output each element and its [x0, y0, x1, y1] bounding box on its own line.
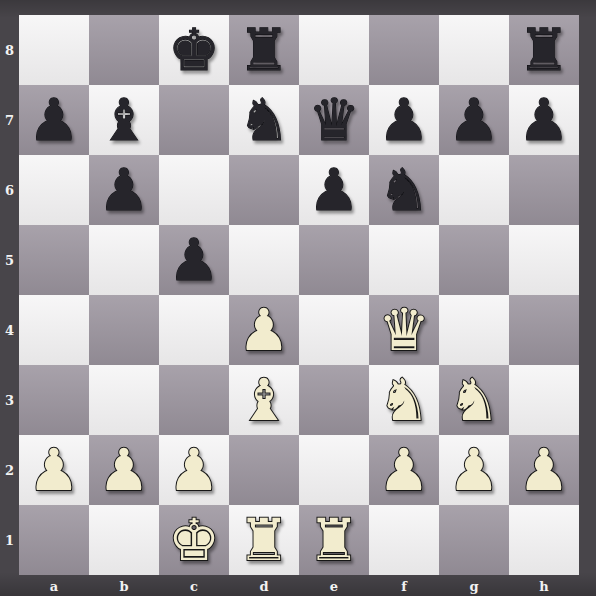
chess-board[interactable]: ♚♜♜♟♝♞♛♟♟♟♟♟♞♟♟♛♝♞♞♟♟♟♟♟♟♚♜♜	[19, 15, 579, 575]
white-rook[interactable]: ♜	[238, 505, 290, 575]
black-pawn[interactable]: ♟	[448, 85, 500, 155]
file-label: a	[19, 577, 89, 596]
white-pawn[interactable]: ♟	[518, 435, 570, 505]
white-rook[interactable]: ♜	[308, 505, 360, 575]
rank-label: 2	[0, 435, 19, 505]
square-a6[interactable]	[19, 155, 89, 225]
square-d2[interactable]	[229, 435, 299, 505]
square-h8[interactable]: ♜	[509, 15, 579, 85]
white-pawn[interactable]: ♟	[98, 435, 150, 505]
square-e6[interactable]: ♟	[299, 155, 369, 225]
square-c4[interactable]	[159, 295, 229, 365]
square-f8[interactable]	[369, 15, 439, 85]
black-pawn[interactable]: ♟	[98, 155, 150, 225]
square-f6[interactable]: ♞	[369, 155, 439, 225]
square-e1[interactable]: ♜	[299, 505, 369, 575]
square-h7[interactable]: ♟	[509, 85, 579, 155]
board-frame: 87654321 ♚♜♜♟♝♞♛♟♟♟♟♟♞♟♟♛♝♞♞♟♟♟♟♟♟♚♜♜ ab…	[0, 0, 596, 596]
rank-label: 8	[0, 15, 19, 85]
file-label: f	[369, 577, 439, 596]
square-b5[interactable]	[89, 225, 159, 295]
square-d6[interactable]	[229, 155, 299, 225]
white-pawn[interactable]: ♟	[448, 435, 500, 505]
file-label: c	[159, 577, 229, 596]
black-bishop[interactable]: ♝	[98, 85, 150, 155]
file-label: b	[89, 577, 159, 596]
square-b2[interactable]: ♟	[89, 435, 159, 505]
rank-label: 1	[0, 505, 19, 575]
square-h2[interactable]: ♟	[509, 435, 579, 505]
square-c8[interactable]: ♚	[159, 15, 229, 85]
square-b7[interactable]: ♝	[89, 85, 159, 155]
square-e5[interactable]	[299, 225, 369, 295]
square-f5[interactable]	[369, 225, 439, 295]
white-pawn[interactable]: ♟	[168, 435, 220, 505]
square-b6[interactable]: ♟	[89, 155, 159, 225]
square-c3[interactable]	[159, 365, 229, 435]
square-a2[interactable]: ♟	[19, 435, 89, 505]
rank-labels: 87654321	[0, 15, 19, 575]
rank-label: 7	[0, 85, 19, 155]
file-label: h	[509, 577, 579, 596]
square-c2[interactable]: ♟	[159, 435, 229, 505]
square-h5[interactable]	[509, 225, 579, 295]
square-c5[interactable]: ♟	[159, 225, 229, 295]
black-pawn[interactable]: ♟	[378, 85, 430, 155]
white-bishop[interactable]: ♝	[238, 365, 290, 435]
white-pawn[interactable]: ♟	[378, 435, 430, 505]
white-knight[interactable]: ♞	[448, 365, 500, 435]
black-pawn[interactable]: ♟	[308, 155, 360, 225]
rank-label: 6	[0, 155, 19, 225]
square-d5[interactable]	[229, 225, 299, 295]
square-g4[interactable]	[439, 295, 509, 365]
square-d7[interactable]: ♞	[229, 85, 299, 155]
square-a3[interactable]	[19, 365, 89, 435]
file-label: d	[229, 577, 299, 596]
square-h3[interactable]	[509, 365, 579, 435]
square-g2[interactable]: ♟	[439, 435, 509, 505]
black-knight[interactable]: ♞	[238, 85, 290, 155]
black-pawn[interactable]: ♟	[168, 225, 220, 295]
white-pawn[interactable]: ♟	[238, 295, 290, 365]
square-d8[interactable]: ♜	[229, 15, 299, 85]
square-c1[interactable]: ♚	[159, 505, 229, 575]
square-b1[interactable]	[89, 505, 159, 575]
square-c6[interactable]	[159, 155, 229, 225]
square-b8[interactable]	[89, 15, 159, 85]
square-g8[interactable]	[439, 15, 509, 85]
file-label: g	[439, 577, 509, 596]
square-h4[interactable]	[509, 295, 579, 365]
square-f2[interactable]: ♟	[369, 435, 439, 505]
square-d4[interactable]: ♟	[229, 295, 299, 365]
square-g7[interactable]: ♟	[439, 85, 509, 155]
square-g3[interactable]: ♞	[439, 365, 509, 435]
square-g1[interactable]	[439, 505, 509, 575]
square-e3[interactable]	[299, 365, 369, 435]
square-f3[interactable]: ♞	[369, 365, 439, 435]
white-queen[interactable]: ♛	[378, 295, 430, 365]
square-a8[interactable]	[19, 15, 89, 85]
square-d3[interactable]: ♝	[229, 365, 299, 435]
square-c7[interactable]	[159, 85, 229, 155]
square-g5[interactable]	[439, 225, 509, 295]
file-label: e	[299, 577, 369, 596]
square-e4[interactable]	[299, 295, 369, 365]
white-knight[interactable]: ♞	[378, 365, 430, 435]
square-h1[interactable]	[509, 505, 579, 575]
square-a5[interactable]	[19, 225, 89, 295]
square-e7[interactable]: ♛	[299, 85, 369, 155]
rank-label: 4	[0, 295, 19, 365]
rank-label: 5	[0, 225, 19, 295]
square-e2[interactable]	[299, 435, 369, 505]
white-king[interactable]: ♚	[168, 505, 220, 575]
file-labels: abcdefgh	[19, 577, 579, 596]
white-pawn[interactable]: ♟	[28, 435, 80, 505]
square-h6[interactable]	[509, 155, 579, 225]
square-a1[interactable]	[19, 505, 89, 575]
black-rook[interactable]: ♜	[238, 15, 290, 85]
square-d1[interactable]: ♜	[229, 505, 299, 575]
square-b4[interactable]	[89, 295, 159, 365]
square-e8[interactable]	[299, 15, 369, 85]
black-pawn[interactable]: ♟	[28, 85, 80, 155]
square-a4[interactable]	[19, 295, 89, 365]
black-rook[interactable]: ♜	[518, 15, 570, 85]
square-f1[interactable]	[369, 505, 439, 575]
black-queen[interactable]: ♛	[308, 85, 360, 155]
black-king[interactable]: ♚	[168, 15, 220, 85]
black-pawn[interactable]: ♟	[518, 85, 570, 155]
square-f7[interactable]: ♟	[369, 85, 439, 155]
square-f4[interactable]: ♛	[369, 295, 439, 365]
rank-label: 3	[0, 365, 19, 435]
black-knight[interactable]: ♞	[378, 155, 430, 225]
square-a7[interactable]: ♟	[19, 85, 89, 155]
square-g6[interactable]	[439, 155, 509, 225]
square-b3[interactable]	[89, 365, 159, 435]
